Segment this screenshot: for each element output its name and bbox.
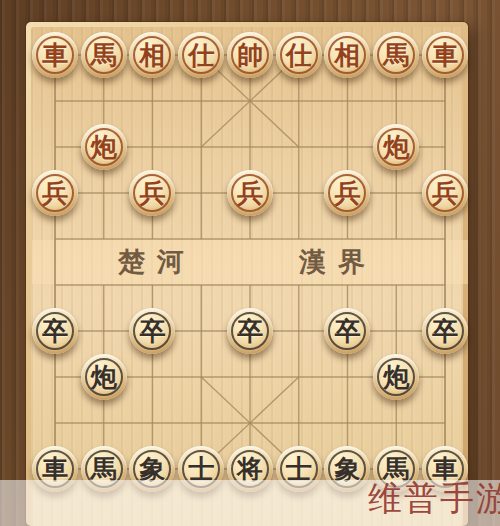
board-cell[interactable] — [226, 262, 275, 308]
board-cell[interactable] — [177, 262, 226, 308]
piece-black-cannon[interactable]: 炮 — [373, 354, 419, 400]
board-cell[interactable]: 炮 — [372, 354, 421, 400]
board-cell[interactable] — [128, 78, 177, 124]
board-cell[interactable] — [128, 124, 177, 170]
piece-black-soldier[interactable]: 卒 — [32, 308, 78, 354]
piece-glyph: 炮 — [383, 134, 409, 160]
board-cell[interactable] — [274, 308, 323, 354]
board-cell[interactable] — [177, 216, 226, 262]
board-cell[interactable]: 車 — [31, 32, 80, 78]
board-cell[interactable] — [372, 170, 421, 216]
piece-red-soldier[interactable]: 兵 — [129, 170, 175, 216]
board-cell[interactable] — [177, 78, 226, 124]
board-cell[interactable]: 兵 — [421, 170, 470, 216]
board-cell[interactable] — [226, 78, 275, 124]
board-cell[interactable]: 炮 — [79, 354, 128, 400]
board-cell[interactable]: 相 — [323, 32, 372, 78]
board-cell[interactable] — [274, 78, 323, 124]
piece-glyph: 卒 — [42, 318, 68, 344]
board-cell[interactable]: 車 — [421, 32, 470, 78]
piece-glyph: 炮 — [91, 364, 117, 390]
piece-red-horse[interactable]: 馬 — [81, 32, 127, 78]
board-cell[interactable] — [421, 124, 470, 170]
board-cell[interactable]: 相 — [128, 32, 177, 78]
piece-glyph: 炮 — [383, 364, 409, 390]
board-cell[interactable] — [274, 124, 323, 170]
piece-glyph: 馬 — [91, 456, 117, 482]
piece-glyph: 象 — [139, 456, 165, 482]
board-cell[interactable]: 卒 — [421, 308, 470, 354]
board-cell[interactable]: 兵 — [323, 170, 372, 216]
piece-black-soldier[interactable]: 卒 — [422, 308, 468, 354]
piece-red-soldier[interactable]: 兵 — [422, 170, 468, 216]
piece-red-chariot[interactable]: 車 — [32, 32, 78, 78]
board-cell[interactable] — [226, 400, 275, 446]
piece-black-soldier[interactable]: 卒 — [129, 308, 175, 354]
board-cell[interactable] — [274, 216, 323, 262]
board-cell[interactable]: 仕 — [177, 32, 226, 78]
board-cell[interactable] — [323, 354, 372, 400]
piece-glyph: 炮 — [91, 134, 117, 160]
board-cell[interactable] — [323, 400, 372, 446]
board-cell[interactable] — [323, 216, 372, 262]
piece-red-horse[interactable]: 馬 — [373, 32, 419, 78]
board-cell[interactable]: 馬 — [372, 32, 421, 78]
board-cell[interactable] — [226, 216, 275, 262]
board-cell[interactable] — [323, 262, 372, 308]
board-cell[interactable] — [177, 170, 226, 216]
board-cell[interactable] — [31, 400, 80, 446]
piece-glyph: 卒 — [432, 318, 458, 344]
board-cell[interactable] — [372, 262, 421, 308]
board-cell[interactable] — [421, 354, 470, 400]
piece-red-soldier[interactable]: 兵 — [227, 170, 273, 216]
board-cell[interactable] — [79, 400, 128, 446]
board-cell[interactable]: 帥 — [226, 32, 275, 78]
watermark-text: 维普手游网 — [368, 476, 500, 522]
board-cell[interactable] — [421, 78, 470, 124]
board-cell[interactable]: 卒 — [31, 308, 80, 354]
board-cell[interactable] — [274, 354, 323, 400]
board-cell[interactable] — [274, 262, 323, 308]
board-cell[interactable] — [79, 216, 128, 262]
board-cell[interactable] — [177, 400, 226, 446]
piece-glyph: 馬 — [91, 42, 117, 68]
piece-red-advisor[interactable]: 仕 — [178, 32, 224, 78]
board-cell[interactable] — [128, 354, 177, 400]
piece-glyph: 車 — [42, 456, 68, 482]
board-cell[interactable] — [128, 216, 177, 262]
piece-glyph: 兵 — [334, 180, 360, 206]
board-cell[interactable]: 卒 — [226, 308, 275, 354]
piece-glyph: 卒 — [334, 318, 360, 344]
board-cell[interactable] — [31, 262, 80, 308]
board-cell[interactable]: 兵 — [128, 170, 177, 216]
board-cell[interactable] — [31, 124, 80, 170]
piece-red-advisor[interactable]: 仕 — [276, 32, 322, 78]
board-cell[interactable] — [79, 308, 128, 354]
piece-red-chariot[interactable]: 車 — [422, 32, 468, 78]
xiangqi-app: { "game": "xiangqi", "position": { "fen"… — [0, 0, 500, 526]
board-cell[interactable] — [226, 124, 275, 170]
board-cell[interactable] — [79, 170, 128, 216]
board-cell[interactable] — [31, 78, 80, 124]
board-grid-cells: 車馬相仕帥仕相馬車炮炮兵兵兵兵兵卒卒卒卒卒炮炮車馬象士将士象馬車 — [31, 32, 470, 492]
piece-red-elephant[interactable]: 相 — [324, 32, 370, 78]
piece-glyph: 仕 — [188, 42, 214, 68]
board-cell[interactable] — [421, 262, 470, 308]
piece-glyph: 将 — [237, 456, 263, 482]
piece-glyph: 士 — [188, 456, 214, 482]
piece-red-soldier[interactable]: 兵 — [32, 170, 78, 216]
board-cell[interactable] — [31, 216, 80, 262]
piece-glyph: 兵 — [432, 180, 458, 206]
board-cell[interactable] — [79, 262, 128, 308]
board-cell[interactable] — [323, 124, 372, 170]
board-cell[interactable] — [79, 78, 128, 124]
piece-red-cannon[interactable]: 炮 — [373, 124, 419, 170]
board-cell[interactable]: 馬 — [79, 32, 128, 78]
board-cell[interactable]: 兵 — [226, 170, 275, 216]
piece-glyph: 卒 — [139, 318, 165, 344]
piece-red-cannon[interactable]: 炮 — [81, 124, 127, 170]
board-cell[interactable] — [421, 400, 470, 446]
piece-glyph: 馬 — [383, 42, 409, 68]
board-cell[interactable]: 卒 — [128, 308, 177, 354]
board-cell[interactable] — [372, 400, 421, 446]
board-cell[interactable]: 炮 — [372, 124, 421, 170]
piece-glyph: 兵 — [139, 180, 165, 206]
board-cell[interactable] — [31, 354, 80, 400]
piece-glyph: 兵 — [42, 180, 68, 206]
piece-glyph: 相 — [139, 42, 165, 68]
piece-glyph: 車 — [42, 42, 68, 68]
board-cell[interactable] — [274, 400, 323, 446]
board-cell[interactable]: 兵 — [31, 170, 80, 216]
piece-glyph: 兵 — [237, 180, 263, 206]
piece-red-soldier[interactable]: 兵 — [324, 170, 370, 216]
board-cell[interactable] — [372, 308, 421, 354]
piece-black-soldier[interactable]: 卒 — [227, 308, 273, 354]
watermark-band: 维普手游网 — [0, 480, 500, 526]
piece-glyph: 相 — [334, 42, 360, 68]
piece-black-cannon[interactable]: 炮 — [81, 354, 127, 400]
board-cell[interactable]: 卒 — [323, 308, 372, 354]
piece-glyph: 象 — [334, 456, 360, 482]
piece-red-elephant[interactable]: 相 — [129, 32, 175, 78]
piece-glyph: 帥 — [237, 42, 263, 68]
board-cell[interactable]: 仕 — [274, 32, 323, 78]
piece-black-soldier[interactable]: 卒 — [324, 308, 370, 354]
board-cell[interactable] — [128, 400, 177, 446]
board-cell[interactable] — [177, 354, 226, 400]
piece-glyph: 士 — [286, 456, 312, 482]
board-cell[interactable] — [226, 354, 275, 400]
piece-glyph: 仕 — [286, 42, 312, 68]
board-cell[interactable] — [323, 78, 372, 124]
piece-glyph: 卒 — [237, 318, 263, 344]
piece-glyph: 車 — [432, 42, 458, 68]
piece-red-general[interactable]: 帥 — [227, 32, 273, 78]
board-cell[interactable] — [372, 78, 421, 124]
board-cell[interactable] — [177, 124, 226, 170]
board-cell[interactable] — [372, 216, 421, 262]
board-cell[interactable] — [177, 308, 226, 354]
board-cell[interactable] — [274, 170, 323, 216]
board-cell[interactable] — [421, 216, 470, 262]
board-cell[interactable]: 炮 — [79, 124, 128, 170]
board-cell[interactable] — [128, 262, 177, 308]
